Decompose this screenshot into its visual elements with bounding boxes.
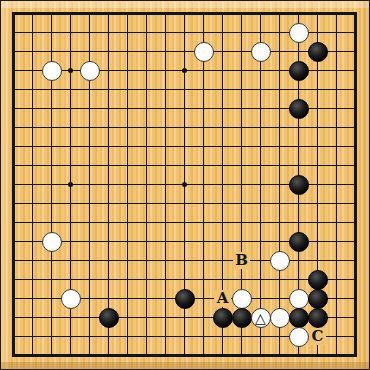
move-option-b[interactable]: B — [233, 252, 250, 269]
go-board-frame: ABC△ — [0, 0, 370, 370]
black-stone-Q14 — [289, 99, 309, 119]
grid-line-vertical — [279, 12, 280, 357]
grid-line-horizontal — [12, 354, 357, 357]
move-option-c[interactable]: C — [309, 328, 326, 345]
black-stone-K4 — [175, 289, 195, 309]
star-point — [182, 68, 187, 73]
black-stone-Q16 — [289, 61, 309, 81]
white-stone-Q2 — [289, 327, 309, 347]
grid-line-horizontal — [12, 222, 357, 223]
black-stone-Q10 — [289, 175, 309, 195]
grid-line-vertical — [336, 12, 337, 357]
black-stone-R3 — [308, 308, 328, 328]
black-stone-Q3 — [289, 308, 309, 328]
black-stone-R4 — [308, 289, 328, 309]
grid-line-horizontal — [12, 260, 357, 261]
white-stone-E16 — [80, 61, 100, 81]
black-stone-M3 — [213, 308, 233, 328]
triangle-last-move-marker: △ — [255, 310, 266, 324]
white-stone-O17 — [251, 42, 271, 62]
move-option-a[interactable]: A — [214, 290, 231, 307]
white-stone-N4 — [232, 289, 252, 309]
black-stone-F3 — [99, 308, 119, 328]
white-stone-P3 — [270, 308, 290, 328]
white-stone-C16 — [42, 61, 62, 81]
white-stone-Q18 — [289, 23, 309, 43]
white-stone-O3: △ — [251, 308, 271, 328]
white-stone-L17 — [194, 42, 214, 62]
grid-line-vertical — [203, 12, 204, 357]
black-stone-N3 — [232, 308, 252, 328]
white-stone-C7 — [42, 232, 62, 252]
black-stone-Q7 — [289, 232, 309, 252]
white-stone-Q4 — [289, 289, 309, 309]
grid-line-horizontal — [12, 203, 357, 204]
black-stone-R5 — [308, 270, 328, 290]
black-stone-R17 — [308, 42, 328, 62]
point-label: B — [235, 253, 248, 268]
point-label: C — [312, 329, 324, 344]
grid-line-vertical — [260, 12, 261, 357]
star-point — [182, 182, 187, 187]
grid-line-horizontal — [12, 279, 357, 280]
star-point — [68, 68, 73, 73]
go-board-grid[interactable]: ABC△ — [1, 1, 370, 370]
point-label: A — [217, 291, 229, 306]
grid-line-vertical — [354, 12, 357, 357]
white-stone-D4 — [61, 289, 81, 309]
star-point — [68, 182, 73, 187]
white-stone-P6 — [270, 251, 290, 271]
